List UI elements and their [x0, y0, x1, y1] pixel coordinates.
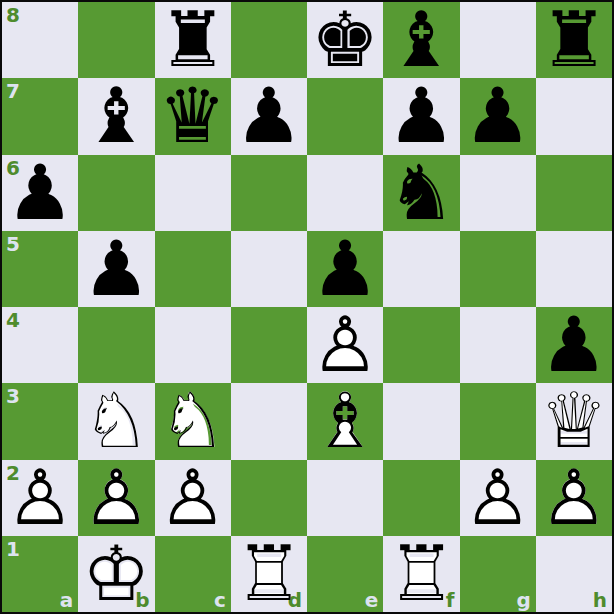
piece-white-pawn[interactable]: ♟♙	[78, 460, 154, 536]
square-d1[interactable]: d♜♖	[231, 536, 307, 612]
chess-board: 8♜♚♝♜7♝♛♟♟♟6♟♞5♟♟4♟♙♟3♞♘♞♘♝♗♛♕2♟♙♟♙♟♙♟♙♟…	[0, 0, 614, 614]
square-g6[interactable]	[460, 155, 536, 231]
square-f3[interactable]	[383, 383, 459, 459]
square-b8[interactable]	[78, 2, 154, 78]
square-d5[interactable]	[231, 231, 307, 307]
piece-black-pawn[interactable]: ♟	[307, 231, 383, 307]
white-piece-outline-glyph: ♖	[387, 536, 455, 612]
piece-white-king[interactable]: ♚♔	[78, 536, 154, 612]
black-piece-glyph: ♞	[387, 155, 455, 231]
square-a7[interactable]: 7	[2, 78, 78, 154]
square-a5[interactable]: 5	[2, 231, 78, 307]
square-c5[interactable]	[155, 231, 231, 307]
square-d3[interactable]	[231, 383, 307, 459]
rank-label-7: 7	[6, 81, 20, 101]
piece-black-king[interactable]: ♚	[307, 2, 383, 78]
square-c2[interactable]: ♟♙	[155, 460, 231, 536]
square-h7[interactable]	[536, 78, 612, 154]
piece-white-knight[interactable]: ♞♘	[155, 383, 231, 459]
white-piece-outline-glyph: ♙	[82, 460, 150, 536]
square-a3[interactable]: 3	[2, 383, 78, 459]
rank-label-1: 1	[6, 539, 20, 559]
square-g7[interactable]: ♟	[460, 78, 536, 154]
file-label-g: g	[516, 590, 530, 610]
square-e3[interactable]: ♝♗	[307, 383, 383, 459]
square-e1[interactable]: e	[307, 536, 383, 612]
piece-black-bishop[interactable]: ♝	[78, 78, 154, 154]
piece-white-rook[interactable]: ♜♖	[231, 536, 307, 612]
square-c3[interactable]: ♞♘	[155, 383, 231, 459]
square-a2[interactable]: 2♟♙	[2, 460, 78, 536]
square-c8[interactable]: ♜	[155, 2, 231, 78]
rank-label-5: 5	[6, 234, 20, 254]
black-piece-glyph: ♝	[387, 2, 455, 78]
piece-white-knight[interactable]: ♞♘	[78, 383, 154, 459]
square-d6[interactable]	[231, 155, 307, 231]
square-d4[interactable]	[231, 307, 307, 383]
square-a4[interactable]: 4	[2, 307, 78, 383]
square-g3[interactable]	[460, 383, 536, 459]
rank-label-3: 3	[6, 386, 20, 406]
square-h6[interactable]	[536, 155, 612, 231]
piece-black-pawn[interactable]: ♟	[231, 78, 307, 154]
square-c1[interactable]: c	[155, 536, 231, 612]
black-piece-glyph: ♝	[82, 78, 150, 154]
square-h8[interactable]: ♜	[536, 2, 612, 78]
square-f4[interactable]	[383, 307, 459, 383]
piece-black-pawn[interactable]: ♟	[383, 78, 459, 154]
black-piece-glyph: ♟	[387, 78, 455, 154]
rank-label-4: 4	[6, 310, 20, 330]
square-a8[interactable]: 8	[2, 2, 78, 78]
white-piece-outline-glyph: ♕	[540, 383, 608, 459]
piece-black-rook[interactable]: ♜	[536, 2, 612, 78]
square-b1[interactable]: b♚♔	[78, 536, 154, 612]
white-piece-outline-glyph: ♖	[235, 536, 303, 612]
piece-white-pawn[interactable]: ♟♙	[307, 307, 383, 383]
square-b7[interactable]: ♝	[78, 78, 154, 154]
square-c7[interactable]: ♛	[155, 78, 231, 154]
piece-black-bishop[interactable]: ♝	[383, 2, 459, 78]
white-piece-outline-glyph: ♙	[464, 460, 532, 536]
square-f5[interactable]	[383, 231, 459, 307]
square-a6[interactable]: 6♟	[2, 155, 78, 231]
black-piece-glyph: ♟	[6, 155, 74, 231]
rank-label-8: 8	[6, 5, 20, 25]
black-piece-glyph: ♜	[159, 2, 227, 78]
piece-black-pawn[interactable]: ♟	[2, 155, 78, 231]
piece-black-pawn[interactable]: ♟	[460, 78, 536, 154]
piece-white-pawn[interactable]: ♟♙	[2, 460, 78, 536]
square-e4[interactable]: ♟♙	[307, 307, 383, 383]
square-c4[interactable]	[155, 307, 231, 383]
square-b4[interactable]	[78, 307, 154, 383]
piece-black-rook[interactable]: ♜	[155, 2, 231, 78]
white-piece-outline-glyph: ♘	[159, 383, 227, 459]
square-g1[interactable]: g	[460, 536, 536, 612]
file-label-c: c	[214, 590, 226, 610]
black-piece-glyph: ♛	[159, 78, 227, 154]
square-e7[interactable]	[307, 78, 383, 154]
square-a1[interactable]: 1a	[2, 536, 78, 612]
piece-white-pawn[interactable]: ♟♙	[155, 460, 231, 536]
black-piece-glyph: ♟	[82, 231, 150, 307]
file-label-e: e	[365, 590, 379, 610]
piece-black-queen[interactable]: ♛	[155, 78, 231, 154]
white-piece-outline-glyph: ♙	[311, 307, 379, 383]
square-b2[interactable]: ♟♙	[78, 460, 154, 536]
file-label-h: h	[593, 590, 607, 610]
piece-white-pawn[interactable]: ♟♙	[460, 460, 536, 536]
square-h3[interactable]: ♛♕	[536, 383, 612, 459]
square-b5[interactable]: ♟	[78, 231, 154, 307]
square-d8[interactable]	[231, 2, 307, 78]
square-f2[interactable]	[383, 460, 459, 536]
piece-black-pawn[interactable]: ♟	[78, 231, 154, 307]
black-piece-glyph: ♚	[311, 2, 379, 78]
file-label-a: a	[60, 590, 74, 610]
square-h5[interactable]	[536, 231, 612, 307]
square-e2[interactable]	[307, 460, 383, 536]
black-piece-glyph: ♟	[235, 78, 303, 154]
piece-white-queen[interactable]: ♛♕	[536, 383, 612, 459]
white-piece-outline-glyph: ♔	[82, 536, 150, 612]
square-g4[interactable]	[460, 307, 536, 383]
black-piece-glyph: ♟	[464, 78, 532, 154]
square-e8[interactable]: ♚	[307, 2, 383, 78]
square-b6[interactable]	[78, 155, 154, 231]
square-g2[interactable]: ♟♙	[460, 460, 536, 536]
square-f1[interactable]: f♜♖	[383, 536, 459, 612]
piece-white-pawn[interactable]: ♟♙	[536, 460, 612, 536]
square-d2[interactable]	[231, 460, 307, 536]
piece-black-pawn[interactable]: ♟	[536, 307, 612, 383]
square-h2[interactable]: ♟♙	[536, 460, 612, 536]
square-c6[interactable]	[155, 155, 231, 231]
square-b3[interactable]: ♞♘	[78, 383, 154, 459]
piece-black-knight[interactable]: ♞	[383, 155, 459, 231]
white-piece-outline-glyph: ♘	[82, 383, 150, 459]
white-piece-outline-glyph: ♙	[6, 460, 74, 536]
square-f8[interactable]: ♝	[383, 2, 459, 78]
square-f6[interactable]: ♞	[383, 155, 459, 231]
white-piece-outline-glyph: ♙	[540, 460, 608, 536]
black-piece-glyph: ♟	[311, 231, 379, 307]
square-d7[interactable]: ♟	[231, 78, 307, 154]
square-e5[interactable]: ♟	[307, 231, 383, 307]
black-piece-glyph: ♟	[540, 307, 608, 383]
white-piece-outline-glyph: ♙	[159, 460, 227, 536]
square-f7[interactable]: ♟	[383, 78, 459, 154]
square-h4[interactable]: ♟	[536, 307, 612, 383]
piece-white-bishop[interactable]: ♝♗	[307, 383, 383, 459]
piece-white-rook[interactable]: ♜♖	[383, 536, 459, 612]
square-e6[interactable]	[307, 155, 383, 231]
black-piece-glyph: ♜	[540, 2, 608, 78]
square-g8[interactable]	[460, 2, 536, 78]
square-g5[interactable]	[460, 231, 536, 307]
white-piece-outline-glyph: ♗	[311, 383, 379, 459]
square-h1[interactable]: h	[536, 536, 612, 612]
